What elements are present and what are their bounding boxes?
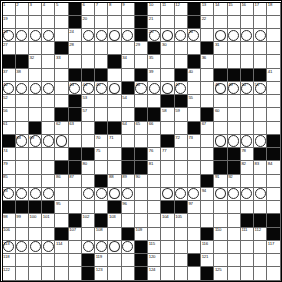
grid-cell[interactable] — [228, 55, 241, 68]
grid-cell[interactable] — [201, 135, 214, 148]
grid-cell[interactable] — [188, 228, 201, 241]
grid-cell[interactable] — [241, 122, 254, 135]
grid-cell[interactable] — [16, 161, 29, 174]
grid-cell[interactable] — [267, 201, 280, 214]
grid-cell[interactable] — [214, 55, 227, 68]
grid-cell[interactable] — [95, 161, 108, 174]
grid-cell[interactable] — [108, 29, 121, 42]
grid-cell[interactable]: 117 — [267, 241, 280, 254]
grid-cell[interactable] — [161, 69, 174, 82]
grid-cell[interactable] — [214, 241, 227, 254]
grid-cell[interactable] — [108, 241, 121, 254]
grid-cell[interactable]: 11 — [161, 3, 174, 16]
grid-cell[interactable]: 79 — [3, 161, 16, 174]
grid-cell[interactable]: 34 — [122, 55, 135, 68]
grid-cell[interactable] — [175, 55, 188, 68]
grid-cell[interactable] — [55, 135, 68, 148]
grid-cell[interactable] — [95, 188, 108, 201]
grid-cell[interactable]: 124 — [148, 267, 161, 280]
grid-cell[interactable] — [95, 55, 108, 68]
grid-cell[interactable]: 10 — [148, 3, 161, 16]
grid-cell[interactable] — [267, 16, 280, 29]
grid-cell[interactable]: 13 — [201, 3, 214, 16]
grid-cell[interactable] — [228, 42, 241, 55]
grid-cell[interactable] — [254, 267, 267, 280]
grid-cell[interactable] — [214, 95, 227, 108]
grid-cell[interactable] — [42, 108, 55, 121]
grid-cell[interactable] — [228, 254, 241, 267]
grid-cell[interactable] — [42, 82, 55, 95]
grid-cell[interactable] — [175, 122, 188, 135]
grid-cell[interactable] — [55, 148, 68, 161]
grid-cell[interactable]: 18 — [267, 3, 280, 16]
grid-cell[interactable] — [16, 188, 29, 201]
grid-cell[interactable] — [108, 42, 121, 55]
grid-cell[interactable] — [16, 254, 29, 267]
grid-cell[interactable] — [135, 214, 148, 227]
grid-cell[interactable]: 36 — [201, 55, 214, 68]
grid-cell[interactable] — [214, 254, 227, 267]
grid-cell[interactable]: 112 — [254, 228, 267, 241]
grid-cell[interactable]: 41 — [267, 69, 280, 82]
grid-cell[interactable] — [161, 55, 174, 68]
grid-cell[interactable] — [122, 135, 135, 148]
grid-cell[interactable] — [254, 254, 267, 267]
grid-cell[interactable]: 82 — [241, 161, 254, 174]
grid-cell[interactable] — [175, 175, 188, 188]
grid-cell[interactable]: 46 — [135, 82, 148, 95]
grid-cell[interactable] — [175, 148, 188, 161]
grid-cell[interactable] — [267, 254, 280, 267]
grid-cell[interactable]: 103 — [108, 214, 121, 227]
grid-cell[interactable]: 80 — [82, 161, 95, 174]
grid-cell[interactable]: 85 — [3, 175, 16, 188]
grid-cell[interactable]: 123 — [95, 267, 108, 280]
grid-cell[interactable]: 1 — [3, 3, 16, 16]
grid-cell[interactable] — [55, 267, 68, 280]
grid-cell[interactable]: 95 — [55, 201, 68, 214]
grid-cell[interactable]: 25 — [148, 29, 161, 42]
grid-cell[interactable]: 78 — [241, 148, 254, 161]
grid-cell[interactable] — [201, 29, 214, 42]
grid-cell[interactable] — [161, 16, 174, 29]
grid-cell[interactable] — [55, 254, 68, 267]
grid-cell[interactable] — [241, 135, 254, 148]
grid-cell[interactable]: 120 — [148, 254, 161, 267]
grid-cell[interactable] — [175, 254, 188, 267]
grid-cell[interactable] — [42, 95, 55, 108]
grid-cell[interactable] — [29, 95, 42, 108]
grid-cell[interactable] — [188, 161, 201, 174]
grid-cell[interactable]: 97 — [188, 201, 201, 214]
grid-cell[interactable]: 53 — [82, 95, 95, 108]
grid-cell[interactable] — [95, 108, 108, 121]
grid-cell[interactable] — [29, 175, 42, 188]
grid-cell[interactable]: 118 — [3, 254, 16, 267]
grid-cell[interactable] — [161, 228, 174, 241]
grid-cell[interactable] — [148, 95, 161, 108]
grid-cell[interactable] — [29, 161, 42, 174]
grid-cell[interactable] — [95, 42, 108, 55]
grid-cell[interactable] — [108, 254, 121, 267]
grid-cell[interactable]: 73 — [188, 135, 201, 148]
grid-cell[interactable] — [135, 135, 148, 148]
grid-cell[interactable]: 63 — [69, 122, 82, 135]
grid-cell[interactable] — [42, 188, 55, 201]
grid-cell[interactable]: 104 — [161, 214, 174, 227]
grid-cell[interactable] — [267, 267, 280, 280]
grid-cell[interactable] — [254, 42, 267, 55]
grid-cell[interactable] — [228, 135, 241, 148]
grid-cell[interactable] — [122, 108, 135, 121]
grid-cell[interactable] — [108, 69, 121, 82]
grid-cell[interactable] — [82, 42, 95, 55]
grid-cell[interactable] — [29, 29, 42, 42]
grid-cell[interactable] — [175, 188, 188, 201]
grid-cell[interactable]: 8 — [108, 3, 121, 16]
grid-cell[interactable]: 45 — [95, 82, 108, 95]
grid-cell[interactable] — [267, 95, 280, 108]
grid-cell[interactable] — [108, 161, 121, 174]
grid-cell[interactable]: 27 — [3, 42, 16, 55]
grid-cell[interactable] — [148, 175, 161, 188]
grid-cell[interactable] — [16, 228, 29, 241]
grid-cell[interactable] — [55, 188, 68, 201]
grid-cell[interactable] — [161, 175, 174, 188]
grid-cell[interactable] — [55, 69, 68, 82]
grid-cell[interactable]: 106 — [3, 228, 16, 241]
grid-cell[interactable]: 39 — [148, 69, 161, 82]
grid-cell[interactable]: 9 — [122, 3, 135, 16]
grid-cell[interactable] — [241, 201, 254, 214]
grid-cell[interactable]: 54 — [122, 95, 135, 108]
grid-cell[interactable] — [188, 175, 201, 188]
grid-cell[interactable]: 17 — [254, 3, 267, 16]
grid-cell[interactable] — [201, 69, 214, 82]
grid-cell[interactable]: 88 — [108, 175, 121, 188]
grid-cell[interactable] — [161, 188, 174, 201]
grid-cell[interactable] — [42, 69, 55, 82]
grid-cell[interactable]: 66 — [148, 122, 161, 135]
grid-cell[interactable] — [29, 16, 42, 29]
grid-cell[interactable] — [267, 188, 280, 201]
grid-cell[interactable] — [55, 95, 68, 108]
grid-cell[interactable]: 42 — [3, 82, 16, 95]
grid-cell[interactable] — [16, 241, 29, 254]
grid-cell[interactable] — [148, 228, 161, 241]
grid-cell[interactable] — [241, 175, 254, 188]
grid-cell[interactable] — [254, 95, 267, 108]
grid-cell[interactable]: 69 — [29, 135, 42, 148]
grid-cell[interactable] — [161, 267, 174, 280]
grid-cell[interactable] — [228, 29, 241, 42]
grid-cell[interactable]: 77 — [161, 148, 174, 161]
grid-cell[interactable] — [241, 55, 254, 68]
grid-cell[interactable] — [95, 241, 108, 254]
grid-cell[interactable] — [214, 214, 227, 227]
grid-cell[interactable] — [148, 214, 161, 227]
grid-cell[interactable]: 5 — [55, 3, 68, 16]
grid-cell[interactable]: 28 — [69, 42, 82, 55]
grid-cell[interactable]: 116 — [201, 241, 214, 254]
grid-cell[interactable]: 6 — [82, 3, 95, 16]
grid-cell[interactable]: 48 — [214, 82, 227, 95]
grid-cell[interactable]: 125 — [214, 267, 227, 280]
grid-cell[interactable] — [241, 29, 254, 42]
grid-cell[interactable] — [122, 267, 135, 280]
grid-cell[interactable] — [175, 161, 188, 174]
grid-cell[interactable]: 89 — [122, 175, 135, 188]
grid-cell[interactable]: 30 — [161, 42, 174, 55]
grid-cell[interactable]: 59 — [175, 108, 188, 121]
grid-cell[interactable] — [214, 201, 227, 214]
grid-cell[interactable] — [29, 228, 42, 241]
grid-cell[interactable] — [69, 241, 82, 254]
grid-cell[interactable] — [42, 16, 55, 29]
grid-cell[interactable] — [228, 241, 241, 254]
grid-cell[interactable] — [188, 42, 201, 55]
grid-cell[interactable] — [55, 214, 68, 227]
grid-cell[interactable] — [42, 148, 55, 161]
grid-cell[interactable] — [42, 161, 55, 174]
grid-cell[interactable]: 62 — [55, 122, 68, 135]
grid-cell[interactable] — [69, 135, 82, 148]
grid-cell[interactable] — [16, 95, 29, 108]
grid-cell[interactable]: 15 — [228, 3, 241, 16]
grid-cell[interactable]: 23 — [3, 29, 16, 42]
grid-cell[interactable]: 121 — [201, 254, 214, 267]
grid-cell[interactable] — [161, 82, 174, 95]
grid-cell[interactable]: 57 — [82, 108, 95, 121]
grid-cell[interactable] — [82, 29, 95, 42]
grid-cell[interactable] — [82, 122, 95, 135]
grid-cell[interactable] — [267, 29, 280, 42]
grid-cell[interactable] — [108, 188, 121, 201]
grid-cell[interactable] — [69, 55, 82, 68]
grid-cell[interactable] — [82, 55, 95, 68]
grid-cell[interactable] — [228, 16, 241, 29]
grid-cell[interactable]: 90 — [135, 175, 148, 188]
grid-cell[interactable] — [228, 214, 241, 227]
grid-cell[interactable] — [55, 82, 68, 95]
grid-cell[interactable] — [108, 16, 121, 29]
grid-cell[interactable]: 87 — [69, 175, 82, 188]
grid-cell[interactable] — [267, 82, 280, 95]
grid-cell[interactable] — [254, 16, 267, 29]
grid-cell[interactable] — [122, 42, 135, 55]
grid-cell[interactable] — [108, 228, 121, 241]
grid-cell[interactable] — [69, 267, 82, 280]
grid-cell[interactable]: 20 — [82, 16, 95, 29]
grid-cell[interactable]: 74 — [3, 148, 16, 161]
grid-cell[interactable] — [175, 42, 188, 55]
grid-cell[interactable] — [29, 69, 42, 82]
grid-cell[interactable] — [29, 254, 42, 267]
grid-cell[interactable] — [95, 95, 108, 108]
grid-cell[interactable] — [55, 16, 68, 29]
grid-cell[interactable] — [201, 214, 214, 227]
grid-cell[interactable] — [108, 95, 121, 108]
grid-cell[interactable] — [95, 201, 108, 214]
grid-cell[interactable] — [228, 267, 241, 280]
grid-cell[interactable] — [16, 16, 29, 29]
grid-cell[interactable] — [188, 148, 201, 161]
grid-cell[interactable] — [148, 201, 161, 214]
grid-cell[interactable] — [108, 108, 121, 121]
grid-cell[interactable] — [42, 175, 55, 188]
grid-cell[interactable] — [241, 241, 254, 254]
grid-cell[interactable] — [201, 201, 214, 214]
grid-cell[interactable] — [228, 228, 241, 241]
grid-cell[interactable]: 51 — [254, 82, 267, 95]
grid-cell[interactable] — [241, 108, 254, 121]
grid-cell[interactable] — [42, 55, 55, 68]
grid-cell[interactable] — [122, 16, 135, 29]
grid-cell[interactable]: 92 — [228, 175, 241, 188]
grid-cell[interactable] — [161, 122, 174, 135]
grid-cell[interactable] — [42, 241, 55, 254]
grid-cell[interactable]: 91 — [214, 175, 227, 188]
grid-cell[interactable] — [201, 95, 214, 108]
grid-cell[interactable] — [161, 29, 174, 42]
grid-cell[interactable] — [228, 201, 241, 214]
grid-cell[interactable] — [175, 16, 188, 29]
grid-cell[interactable] — [29, 267, 42, 280]
grid-cell[interactable]: 68 — [16, 135, 29, 148]
grid-cell[interactable] — [42, 42, 55, 55]
grid-cell[interactable] — [148, 135, 161, 148]
grid-cell[interactable]: 50 — [241, 82, 254, 95]
grid-cell[interactable]: 58 — [161, 108, 174, 121]
grid-cell[interactable]: 38 — [16, 69, 29, 82]
grid-cell[interactable] — [42, 29, 55, 42]
grid-cell[interactable] — [254, 175, 267, 188]
grid-cell[interactable] — [267, 175, 280, 188]
grid-cell[interactable]: 102 — [82, 214, 95, 227]
grid-cell[interactable] — [161, 254, 174, 267]
grid-cell[interactable]: 19 — [3, 16, 16, 29]
grid-cell[interactable] — [188, 188, 201, 201]
grid-cell[interactable] — [188, 214, 201, 227]
grid-cell[interactable] — [135, 55, 148, 68]
grid-cell[interactable] — [69, 201, 82, 214]
grid-cell[interactable]: 47 — [175, 82, 188, 95]
grid-cell[interactable]: 56 — [3, 108, 16, 121]
grid-cell[interactable]: 31 — [214, 42, 227, 55]
grid-cell[interactable] — [16, 29, 29, 42]
grid-cell[interactable]: 99 — [16, 214, 29, 227]
grid-cell[interactable]: 81 — [148, 161, 161, 174]
grid-cell[interactable] — [55, 29, 68, 42]
grid-cell[interactable] — [69, 254, 82, 267]
grid-cell[interactable] — [148, 188, 161, 201]
grid-cell[interactable]: 119 — [95, 254, 108, 267]
grid-cell[interactable] — [254, 188, 267, 201]
grid-cell[interactable] — [228, 188, 241, 201]
grid-cell[interactable]: 60 — [214, 108, 227, 121]
grid-cell[interactable]: 22 — [201, 16, 214, 29]
grid-cell[interactable] — [267, 55, 280, 68]
grid-cell[interactable] — [214, 188, 227, 201]
grid-cell[interactable]: 35 — [148, 55, 161, 68]
grid-cell[interactable] — [161, 161, 174, 174]
grid-cell[interactable]: 33 — [55, 55, 68, 68]
grid-cell[interactable] — [241, 254, 254, 267]
grid-cell[interactable] — [201, 148, 214, 161]
grid-cell[interactable] — [148, 82, 161, 95]
grid-cell[interactable]: 16 — [241, 3, 254, 16]
grid-cell[interactable] — [69, 188, 82, 201]
grid-cell[interactable] — [228, 95, 241, 108]
grid-cell[interactable]: 111 — [241, 228, 254, 241]
grid-cell[interactable] — [201, 161, 214, 174]
grid-cell[interactable] — [122, 214, 135, 227]
grid-cell[interactable] — [29, 82, 42, 95]
grid-cell[interactable] — [241, 267, 254, 280]
grid-cell[interactable]: 21 — [148, 16, 161, 29]
grid-cell[interactable] — [175, 267, 188, 280]
grid-cell[interactable]: 114 — [55, 241, 68, 254]
grid-cell[interactable] — [29, 188, 42, 201]
grid-cell[interactable]: 2 — [16, 3, 29, 16]
grid-cell[interactable] — [95, 16, 108, 29]
grid-cell[interactable] — [214, 122, 227, 135]
grid-cell[interactable]: 109 — [135, 228, 148, 241]
grid-cell[interactable]: 115 — [148, 241, 161, 254]
grid-cell[interactable]: 14 — [214, 3, 227, 16]
grid-cell[interactable] — [135, 188, 148, 201]
grid-cell[interactable] — [16, 175, 29, 188]
grid-cell[interactable]: 108 — [95, 228, 108, 241]
grid-cell[interactable] — [214, 16, 227, 29]
grid-cell[interactable] — [42, 228, 55, 241]
grid-cell[interactable] — [16, 267, 29, 280]
grid-cell[interactable] — [175, 241, 188, 254]
grid-cell[interactable] — [228, 108, 241, 121]
grid-cell[interactable]: 76 — [148, 148, 161, 161]
grid-cell[interactable] — [16, 148, 29, 161]
grid-cell[interactable] — [16, 82, 29, 95]
grid-cell[interactable] — [214, 29, 227, 42]
grid-cell[interactable] — [82, 188, 95, 201]
grid-cell[interactable] — [16, 42, 29, 55]
grid-cell[interactable]: 83 — [254, 161, 267, 174]
grid-cell[interactable] — [108, 267, 121, 280]
grid-cell[interactable] — [241, 16, 254, 29]
grid-cell[interactable] — [241, 188, 254, 201]
grid-cell[interactable]: 93 — [3, 188, 16, 201]
grid-cell[interactable]: 71 — [108, 135, 121, 148]
grid-cell[interactable]: 98 — [3, 214, 16, 227]
grid-cell[interactable] — [42, 254, 55, 267]
grid-cell[interactable] — [188, 267, 201, 280]
grid-cell[interactable]: 94 — [201, 188, 214, 201]
grid-cell[interactable] — [267, 122, 280, 135]
grid-cell[interactable] — [82, 228, 95, 241]
grid-cell[interactable] — [228, 122, 241, 135]
grid-cell[interactable] — [122, 188, 135, 201]
grid-cell[interactable]: 12 — [175, 3, 188, 16]
grid-cell[interactable] — [161, 241, 174, 254]
grid-cell[interactable] — [82, 241, 95, 254]
grid-cell[interactable] — [254, 29, 267, 42]
grid-cell[interactable] — [122, 29, 135, 42]
grid-cell[interactable] — [175, 29, 188, 42]
grid-cell[interactable]: 100 — [29, 214, 42, 227]
grid-cell[interactable] — [254, 55, 267, 68]
grid-cell[interactable] — [254, 122, 267, 135]
grid-cell[interactable]: 84 — [267, 161, 280, 174]
